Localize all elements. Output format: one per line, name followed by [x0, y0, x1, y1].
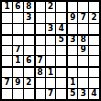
cell-r4c8[interactable]: 8: [78, 35, 88, 45]
given-digit: 7: [48, 90, 54, 98]
cell-r6c7[interactable]: [67, 56, 77, 66]
cell-r7c4[interactable]: 8: [35, 67, 45, 77]
cell-r8c4[interactable]: [35, 78, 45, 88]
given-digit: 9: [80, 46, 86, 54]
cell-r8c5[interactable]: [46, 78, 56, 88]
cell-r6c9[interactable]: [89, 56, 99, 66]
cell-r5c2[interactable]: 7: [13, 46, 23, 56]
given-digit: 7: [4, 79, 10, 87]
cell-r4c3[interactable]: [24, 35, 34, 45]
cell-r2c7[interactable]: 9: [67, 13, 77, 23]
cell-r6c2[interactable]: 1: [13, 56, 23, 66]
given-digit: 9: [70, 14, 76, 22]
given-digit: 7: [15, 46, 21, 54]
cell-r4c4[interactable]: [35, 35, 45, 45]
cell-r6c6[interactable]: [56, 56, 66, 66]
given-digit: 5: [70, 90, 76, 98]
given-digit: 4: [91, 90, 97, 98]
cell-r6c3[interactable]: 6: [24, 56, 34, 66]
cell-r3c4[interactable]: [35, 24, 45, 34]
cell-r5c7[interactable]: [67, 46, 77, 56]
cell-r5c6[interactable]: [56, 46, 66, 56]
cell-r9c2[interactable]: [13, 89, 23, 99]
cell-r5c9[interactable]: [89, 46, 99, 56]
cell-r3c7[interactable]: [67, 24, 77, 34]
cell-r4c5[interactable]: [46, 35, 56, 45]
cell-r3c6[interactable]: 4: [56, 24, 66, 34]
cell-r1c3[interactable]: 8: [24, 2, 34, 12]
given-digit: 9: [15, 79, 21, 87]
cell-r1c7[interactable]: [67, 2, 77, 12]
given-digit: 6: [15, 3, 21, 11]
cell-r4c6[interactable]: 5: [56, 35, 66, 45]
cell-r4c2[interactable]: [13, 35, 23, 45]
cell-r9c7[interactable]: 5: [67, 89, 77, 99]
cell-r8c8[interactable]: [78, 78, 88, 88]
given-digit: 4: [59, 25, 65, 33]
cell-r2c1[interactable]: [2, 13, 12, 23]
cell-r1c9[interactable]: [89, 2, 99, 12]
cell-r1c4[interactable]: [35, 2, 45, 12]
cell-r3c1[interactable]: [2, 24, 12, 34]
cell-r5c3[interactable]: [24, 46, 34, 56]
given-digit: 1: [48, 69, 54, 77]
given-digit: 2: [91, 14, 97, 22]
cell-r6c5[interactable]: [46, 56, 56, 66]
given-digit: 3: [48, 25, 54, 33]
cell-r9c1[interactable]: [2, 89, 12, 99]
cell-r9c5[interactable]: 7: [46, 89, 56, 99]
given-digit: 1: [15, 57, 21, 65]
cell-r2c4[interactable]: [35, 13, 45, 23]
cell-r3c9[interactable]: [89, 24, 99, 34]
given-digit: 7: [80, 14, 86, 22]
cell-r9c6[interactable]: [56, 89, 66, 99]
cell-r4c7[interactable]: 3: [67, 35, 77, 45]
cell-r2c8[interactable]: 7: [78, 13, 88, 23]
cell-r7c1[interactable]: [2, 67, 12, 77]
cell-r4c1[interactable]: [2, 35, 12, 45]
cell-r8c7[interactable]: 1: [67, 78, 77, 88]
cell-r7c6[interactable]: [56, 67, 66, 77]
cell-r9c3[interactable]: [24, 89, 34, 99]
cell-r4c9[interactable]: [89, 35, 99, 45]
cell-r5c8[interactable]: 9: [78, 46, 88, 56]
cell-r2c5[interactable]: [46, 13, 56, 23]
cell-r7c5[interactable]: 1: [46, 67, 56, 77]
given-digit: 8: [26, 3, 32, 11]
cell-r2c3[interactable]: 3: [24, 13, 34, 23]
cell-r3c3[interactable]: [24, 24, 34, 34]
cell-r1c8[interactable]: [78, 2, 88, 12]
cell-r9c9[interactable]: 4: [89, 89, 99, 99]
cell-r8c3[interactable]: 2: [24, 78, 34, 88]
cell-r7c2[interactable]: [13, 67, 23, 77]
cell-r7c7[interactable]: [67, 67, 77, 77]
cell-r3c8[interactable]: [78, 24, 88, 34]
cell-r6c1[interactable]: [2, 56, 12, 66]
given-digit: 6: [26, 57, 32, 65]
cell-r8c1[interactable]: 7: [2, 78, 12, 88]
cell-r2c9[interactable]: 2: [89, 13, 99, 23]
given-digit: 8: [80, 36, 86, 44]
given-digit: 3: [26, 14, 32, 22]
given-digit: 2: [48, 3, 54, 11]
cell-r3c2[interactable]: [13, 24, 23, 34]
given-digit: 3: [70, 36, 76, 44]
cell-r6c4[interactable]: 7: [35, 56, 45, 66]
cell-r7c9[interactable]: [89, 67, 99, 77]
cell-r7c3[interactable]: [24, 67, 34, 77]
cell-r1c5[interactable]: 2: [46, 2, 56, 12]
given-digit: 5: [59, 36, 65, 44]
cell-r8c6[interactable]: [56, 78, 66, 88]
given-digit: 1: [4, 3, 10, 11]
cell-r5c5[interactable]: [46, 46, 56, 56]
cell-r2c2[interactable]: [13, 13, 23, 23]
cell-r2c6[interactable]: [56, 13, 66, 23]
given-digit: 3: [80, 90, 86, 98]
cell-r1c1[interactable]: 1: [2, 2, 12, 12]
cell-r1c2[interactable]: 6: [13, 2, 23, 12]
given-digit: 1: [70, 79, 76, 87]
cell-r9c8[interactable]: 3: [78, 89, 88, 99]
cell-r5c1[interactable]: [2, 46, 12, 56]
cell-r8c2[interactable]: 9: [13, 78, 23, 88]
cell-r9c4[interactable]: [35, 89, 45, 99]
given-digit: 2: [26, 79, 32, 87]
given-digit: 7: [37, 57, 43, 65]
cell-r5c4[interactable]: [35, 46, 45, 56]
sudoku-board: 1682397234538791678179217534: [0, 0, 101, 101]
cell-r6c8[interactable]: [78, 56, 88, 66]
given-digit: 8: [37, 69, 43, 77]
cell-r3c5[interactable]: 3: [46, 24, 56, 34]
cell-r1c6[interactable]: [56, 2, 66, 12]
cell-r8c9[interactable]: [89, 78, 99, 88]
cell-r7c8[interactable]: [78, 67, 88, 77]
